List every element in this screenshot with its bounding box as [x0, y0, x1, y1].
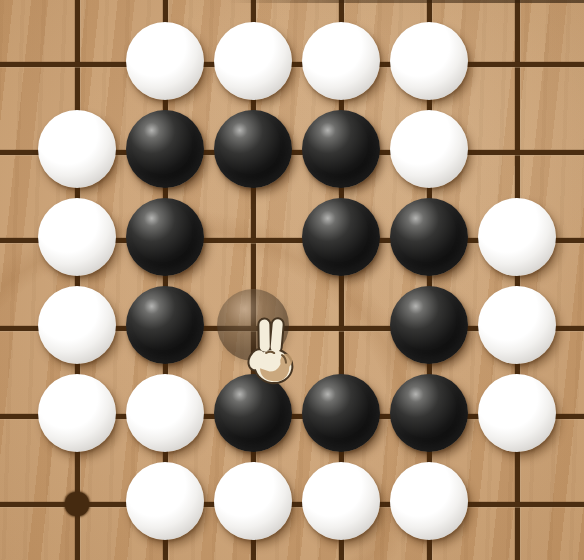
white-stone: [38, 374, 116, 452]
white-stone: [390, 22, 468, 100]
white-stone: [126, 22, 204, 100]
black-stone: [390, 286, 468, 364]
black-stone: [390, 374, 468, 452]
black-stone: [214, 110, 292, 188]
top-edge-shadow: [228, 0, 584, 3]
white-stone: [38, 110, 116, 188]
white-stone: [214, 22, 292, 100]
white-stone: [302, 462, 380, 540]
go-board[interactable]: [0, 0, 584, 560]
white-stone: [38, 198, 116, 276]
grid-line-vertical: [515, 0, 520, 560]
white-stone: [302, 22, 380, 100]
black-stone: [126, 110, 204, 188]
black-stone: [126, 286, 204, 364]
grid-line-vertical: [75, 0, 80, 560]
star-point: [65, 492, 89, 516]
tap-cursor-icon: [247, 317, 303, 387]
white-stone: [214, 462, 292, 540]
white-stone: [38, 286, 116, 364]
white-stone: [478, 286, 556, 364]
white-stone: [390, 110, 468, 188]
white-stone: [126, 374, 204, 452]
black-stone: [302, 374, 380, 452]
black-stone: [390, 198, 468, 276]
black-stone: [302, 198, 380, 276]
white-stone: [126, 462, 204, 540]
white-stone: [478, 198, 556, 276]
app-screenshot: [0, 0, 584, 560]
white-stone: [390, 462, 468, 540]
white-stone: [478, 374, 556, 452]
grid-line-horizontal: [0, 62, 584, 67]
black-stone: [126, 198, 204, 276]
black-stone: [302, 110, 380, 188]
